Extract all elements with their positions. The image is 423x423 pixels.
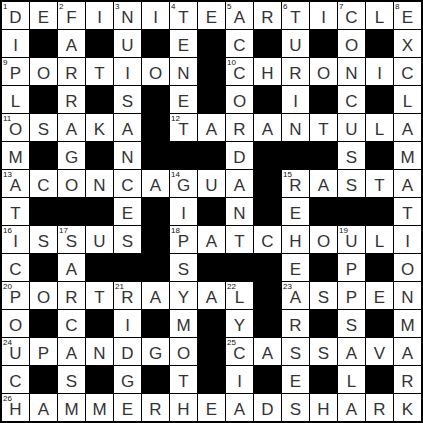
- letter-cell[interactable]: 22L: [226, 282, 253, 309]
- letter-cell[interactable]: I: [282, 86, 309, 113]
- cell-letter: A: [66, 37, 77, 54]
- black-cell: [170, 142, 197, 169]
- cell-letter: E: [178, 37, 189, 54]
- letter-cell[interactable]: E: [114, 394, 141, 421]
- cell-letter: A: [66, 345, 77, 362]
- letter-cell[interactable]: R: [366, 394, 393, 421]
- letter-cell[interactable]: S: [30, 226, 57, 253]
- letter-cell[interactable]: O: [226, 86, 253, 113]
- cell-letter: N: [93, 345, 105, 362]
- cell-letter: S: [38, 121, 49, 138]
- cell-letter: A: [122, 121, 133, 138]
- letter-cell[interactable]: S: [282, 338, 309, 365]
- letter-cell[interactable]: A: [198, 114, 225, 141]
- letter-cell[interactable]: A: [394, 114, 421, 141]
- cell-letter: O: [317, 233, 330, 250]
- letter-cell[interactable]: I: [142, 2, 169, 29]
- black-cell: [366, 198, 393, 225]
- letter-cell[interactable]: T: [170, 366, 197, 393]
- black-cell: [142, 142, 169, 169]
- cell-letter: O: [345, 37, 358, 54]
- cell-letter: E: [206, 401, 217, 418]
- letter-cell[interactable]: Y: [170, 282, 197, 309]
- black-cell: [198, 310, 225, 337]
- letter-cell[interactable]: 5A: [226, 2, 253, 29]
- cell-letter: T: [290, 9, 300, 26]
- black-cell: [254, 310, 281, 337]
- letter-cell[interactable]: 3N: [114, 2, 141, 29]
- letter-cell[interactable]: C: [58, 310, 85, 337]
- letter-cell[interactable]: R: [282, 58, 309, 85]
- letter-cell[interactable]: P: [338, 254, 365, 281]
- cell-letter: A: [290, 289, 301, 306]
- letter-cell[interactable]: M: [394, 310, 421, 337]
- cell-letter: P: [178, 233, 189, 250]
- black-cell: [254, 170, 281, 197]
- letter-cell[interactable]: A: [142, 282, 169, 309]
- cell-letter: E: [122, 205, 133, 222]
- clue-number: 12: [171, 115, 180, 123]
- cell-letter: N: [345, 65, 357, 82]
- letter-cell[interactable]: Y: [226, 310, 253, 337]
- letter-cell[interactable]: C: [30, 170, 57, 197]
- letter-cell[interactable]: V: [366, 338, 393, 365]
- letter-cell[interactable]: E: [366, 282, 393, 309]
- letter-cell[interactable]: L: [366, 114, 393, 141]
- letter-cell[interactable]: A: [30, 394, 57, 421]
- letter-cell[interactable]: 1D: [2, 2, 29, 29]
- letter-cell[interactable]: 21R: [114, 282, 141, 309]
- letter-cell[interactable]: I: [394, 226, 421, 253]
- letter-cell[interactable]: T: [86, 58, 113, 85]
- letter-cell[interactable]: O: [142, 58, 169, 85]
- cell-letter: F: [66, 9, 76, 26]
- cell-letter: D: [233, 149, 245, 166]
- black-cell: [86, 198, 113, 225]
- letter-cell[interactable]: A: [226, 394, 253, 421]
- letter-cell[interactable]: U: [198, 170, 225, 197]
- letter-cell[interactable]: D: [254, 394, 281, 421]
- letter-cell[interactable]: X: [394, 30, 421, 57]
- letter-cell[interactable]: C: [2, 366, 29, 393]
- letter-cell[interactable]: N: [338, 58, 365, 85]
- letter-cell[interactable]: K: [86, 114, 113, 141]
- letter-cell[interactable]: A: [226, 170, 253, 197]
- letter-cell[interactable]: A: [338, 338, 365, 365]
- letter-cell[interactable]: A: [58, 30, 85, 57]
- letter-cell[interactable]: T: [366, 170, 393, 197]
- letter-cell[interactable]: 9P: [2, 58, 29, 85]
- cell-letter: Y: [234, 317, 245, 334]
- cell-letter: D: [121, 345, 133, 362]
- cell-letter: A: [402, 177, 413, 194]
- letter-cell[interactable]: I: [114, 310, 141, 337]
- cell-letter: S: [66, 233, 77, 250]
- cell-letter: N: [93, 177, 105, 194]
- letter-cell[interactable]: O: [170, 338, 197, 365]
- letter-cell[interactable]: 25C: [226, 338, 253, 365]
- cell-letter: A: [346, 345, 357, 362]
- black-cell: [254, 366, 281, 393]
- cell-letter: M: [8, 149, 22, 166]
- letter-cell[interactable]: E: [170, 30, 197, 57]
- cell-letter: I: [237, 373, 242, 390]
- letter-cell[interactable]: S: [58, 366, 85, 393]
- cell-letter: M: [64, 401, 78, 418]
- cell-letter: U: [121, 37, 133, 54]
- black-cell: [198, 86, 225, 113]
- letter-cell[interactable]: S: [338, 170, 365, 197]
- cell-letter: T: [178, 9, 188, 26]
- cell-letter: O: [233, 93, 246, 110]
- black-cell: [142, 114, 169, 141]
- cell-letter: N: [121, 9, 133, 26]
- letter-cell[interactable]: N: [170, 58, 197, 85]
- black-cell: [142, 226, 169, 253]
- letter-cell[interactable]: A: [58, 338, 85, 365]
- cell-letter: O: [401, 261, 414, 278]
- letter-cell[interactable]: M: [2, 142, 29, 169]
- black-cell: [198, 30, 225, 57]
- letter-cell[interactable]: I: [366, 58, 393, 85]
- cell-letter: G: [149, 345, 162, 362]
- black-cell: [198, 198, 225, 225]
- black-cell: [142, 254, 169, 281]
- letter-cell[interactable]: R: [282, 310, 309, 337]
- black-cell: [366, 86, 393, 113]
- letter-cell[interactable]: I: [114, 58, 141, 85]
- black-cell: [86, 310, 113, 337]
- cell-letter: S: [346, 149, 357, 166]
- cell-letter: C: [233, 65, 245, 82]
- letter-cell[interactable]: 10C: [226, 58, 253, 85]
- letter-cell[interactable]: 7C: [338, 2, 365, 29]
- letter-cell[interactable]: A: [394, 170, 421, 197]
- cell-letter: G: [177, 177, 190, 194]
- letter-cell[interactable]: A: [394, 338, 421, 365]
- letter-cell[interactable]: 24U: [2, 338, 29, 365]
- letter-cell[interactable]: N: [114, 142, 141, 169]
- letter-cell[interactable]: D: [114, 338, 141, 365]
- letter-cell[interactable]: 6T: [282, 2, 309, 29]
- letter-cell[interactable]: A: [254, 338, 281, 365]
- letter-cell[interactable]: 13A: [2, 170, 29, 197]
- black-cell: [310, 86, 337, 113]
- letter-cell[interactable]: R: [58, 86, 85, 113]
- letter-cell[interactable]: M: [86, 394, 113, 421]
- letter-cell[interactable]: O: [30, 58, 57, 85]
- black-cell: [142, 86, 169, 113]
- cell-letter: A: [262, 121, 273, 138]
- letter-cell[interactable]: P: [30, 338, 57, 365]
- cell-letter: R: [65, 93, 77, 110]
- black-cell: [366, 254, 393, 281]
- cell-letter: O: [37, 289, 50, 306]
- cell-letter: S: [178, 261, 189, 278]
- letter-cell[interactable]: 11O: [2, 114, 29, 141]
- cell-letter: A: [346, 401, 357, 418]
- black-cell: [58, 198, 85, 225]
- cell-letter: P: [10, 65, 21, 82]
- cell-letter: A: [206, 121, 217, 138]
- black-cell: [86, 30, 113, 57]
- clue-number: 17: [59, 227, 68, 235]
- letter-cell[interactable]: M: [58, 394, 85, 421]
- cell-letter: N: [177, 65, 189, 82]
- letter-cell[interactable]: R: [226, 114, 253, 141]
- letter-cell[interactable]: 26H: [2, 394, 29, 421]
- cell-letter: H: [289, 233, 301, 250]
- black-cell: [366, 310, 393, 337]
- letter-cell[interactable]: C: [338, 86, 365, 113]
- clue-number: 5: [227, 3, 231, 11]
- letter-cell[interactable]: 14G: [170, 170, 197, 197]
- letter-cell[interactable]: I: [226, 366, 253, 393]
- letter-cell[interactable]: I: [2, 30, 29, 57]
- letter-cell[interactable]: C: [226, 30, 253, 57]
- letter-cell[interactable]: 4T: [170, 2, 197, 29]
- letter-cell[interactable]: A: [198, 226, 225, 253]
- cell-letter: L: [347, 373, 356, 390]
- letter-cell[interactable]: S: [170, 254, 197, 281]
- letter-cell[interactable]: K: [394, 394, 421, 421]
- letter-cell[interactable]: S: [114, 226, 141, 253]
- letter-cell[interactable]: U: [338, 114, 365, 141]
- letter-cell[interactable]: 15R: [282, 170, 309, 197]
- clue-number: 7: [339, 3, 343, 11]
- cell-letter: R: [65, 289, 77, 306]
- letter-cell[interactable]: R: [254, 2, 281, 29]
- cell-letter: O: [9, 317, 22, 334]
- clue-number: 25: [227, 339, 236, 347]
- letter-cell[interactable]: T: [226, 226, 253, 253]
- cell-letter: C: [233, 345, 245, 362]
- cell-letter: C: [121, 177, 133, 194]
- black-cell: [198, 366, 225, 393]
- cell-letter: A: [234, 177, 245, 194]
- cell-letter: N: [401, 289, 413, 306]
- letter-cell[interactable]: R: [142, 394, 169, 421]
- cell-letter: A: [206, 233, 217, 250]
- cell-letter: T: [178, 121, 188, 138]
- letter-cell[interactable]: R: [58, 282, 85, 309]
- clue-number: 20: [3, 283, 12, 291]
- letter-cell[interactable]: N: [226, 198, 253, 225]
- letter-cell[interactable]: H: [254, 58, 281, 85]
- black-cell: [30, 142, 57, 169]
- letter-cell[interactable]: E: [282, 366, 309, 393]
- letter-cell[interactable]: S: [310, 338, 337, 365]
- cell-letter: E: [290, 205, 301, 222]
- letter-cell[interactable]: E: [30, 2, 57, 29]
- cell-letter: I: [321, 9, 326, 26]
- letter-cell[interactable]: O: [394, 254, 421, 281]
- cell-letter: S: [346, 317, 357, 334]
- letter-cell[interactable]: I: [170, 198, 197, 225]
- cell-letter: I: [405, 233, 410, 250]
- letter-cell[interactable]: 17S: [58, 226, 85, 253]
- letter-cell[interactable]: A: [198, 282, 225, 309]
- letter-cell[interactable]: R: [394, 366, 421, 393]
- cell-letter: I: [293, 93, 298, 110]
- cell-letter: A: [318, 177, 329, 194]
- letter-cell[interactable]: G: [114, 366, 141, 393]
- letter-cell[interactable]: L: [2, 86, 29, 113]
- cell-letter: A: [66, 121, 77, 138]
- letter-cell[interactable]: U: [282, 30, 309, 57]
- cell-letter: C: [345, 9, 357, 26]
- letter-cell[interactable]: 16I: [2, 226, 29, 253]
- cell-letter: O: [65, 177, 78, 194]
- letter-cell[interactable]: G: [58, 142, 85, 169]
- black-cell: [86, 142, 113, 169]
- cell-letter: T: [178, 373, 188, 390]
- letter-cell[interactable]: A: [254, 114, 281, 141]
- letter-cell[interactable]: C: [394, 58, 421, 85]
- letter-cell[interactable]: 12T: [170, 114, 197, 141]
- black-cell: [310, 30, 337, 57]
- cell-letter: L: [375, 121, 384, 138]
- letter-cell[interactable]: 18P: [170, 226, 197, 253]
- cell-letter: S: [66, 373, 77, 390]
- letter-cell[interactable]: L: [394, 86, 421, 113]
- cell-letter: U: [345, 233, 357, 250]
- cell-letter: C: [401, 65, 413, 82]
- clue-number: 23: [283, 283, 292, 291]
- letter-cell[interactable]: C: [254, 226, 281, 253]
- letter-cell[interactable]: E: [198, 2, 225, 29]
- black-cell: [86, 254, 113, 281]
- letter-cell[interactable]: U: [86, 226, 113, 253]
- letter-cell[interactable]: S: [338, 310, 365, 337]
- cell-letter: P: [346, 261, 357, 278]
- clue-number: 15: [283, 171, 292, 179]
- letter-cell[interactable]: O: [2, 310, 29, 337]
- cell-letter: A: [402, 121, 413, 138]
- cell-letter: A: [150, 177, 161, 194]
- letter-cell[interactable]: R: [58, 58, 85, 85]
- black-cell: [142, 366, 169, 393]
- letter-cell[interactable]: O: [338, 30, 365, 57]
- cell-letter: I: [13, 233, 18, 250]
- letter-cell[interactable]: P: [338, 282, 365, 309]
- letter-cell[interactable]: G: [142, 338, 169, 365]
- letter-cell[interactable]: T: [394, 198, 421, 225]
- letter-cell[interactable]: A: [58, 114, 85, 141]
- cell-letter: P: [346, 289, 357, 306]
- letter-cell[interactable]: E: [170, 86, 197, 113]
- letter-cell[interactable]: H: [170, 394, 197, 421]
- letter-cell[interactable]: T: [2, 198, 29, 225]
- clue-number: 24: [3, 339, 12, 347]
- letter-cell[interactable]: U: [114, 30, 141, 57]
- letter-cell[interactable]: E: [114, 198, 141, 225]
- letter-cell[interactable]: 19U: [338, 226, 365, 253]
- letter-cell[interactable]: S: [310, 282, 337, 309]
- letter-cell[interactable]: 2F: [58, 2, 85, 29]
- black-cell: [86, 366, 113, 393]
- cell-letter: A: [206, 289, 217, 306]
- letter-cell[interactable]: L: [366, 226, 393, 253]
- cell-letter: H: [317, 401, 329, 418]
- letter-cell[interactable]: O: [310, 58, 337, 85]
- black-cell: [366, 366, 393, 393]
- letter-cell[interactable]: T: [310, 114, 337, 141]
- cell-letter: O: [37, 65, 50, 82]
- letter-cell[interactable]: E: [282, 198, 309, 225]
- cell-letter: P: [10, 289, 21, 306]
- letter-cell[interactable]: A: [58, 254, 85, 281]
- clue-number: 9: [3, 59, 7, 67]
- clue-number: 13: [3, 171, 12, 179]
- letter-cell[interactable]: S: [338, 142, 365, 169]
- black-cell: [142, 30, 169, 57]
- cell-letter: D: [261, 401, 273, 418]
- clue-number: 11: [3, 115, 11, 123]
- clue-number: 2: [59, 3, 63, 11]
- letter-cell[interactable]: T: [86, 282, 113, 309]
- cell-letter: T: [94, 65, 104, 82]
- black-cell: [366, 142, 393, 169]
- black-cell: [366, 30, 393, 57]
- letter-cell[interactable]: 8E: [394, 2, 421, 29]
- letter-cell[interactable]: H: [282, 226, 309, 253]
- letter-cell[interactable]: M: [394, 142, 421, 169]
- cell-letter: I: [97, 9, 102, 26]
- letter-cell[interactable]: H: [310, 394, 337, 421]
- letter-cell[interactable]: L: [338, 366, 365, 393]
- letter-cell[interactable]: E: [282, 254, 309, 281]
- letter-cell[interactable]: S: [114, 86, 141, 113]
- letter-cell[interactable]: A: [310, 170, 337, 197]
- letter-cell[interactable]: D: [226, 142, 253, 169]
- letter-cell[interactable]: I: [86, 2, 113, 29]
- black-cell: [30, 310, 57, 337]
- letter-cell[interactable]: S: [282, 394, 309, 421]
- letter-cell[interactable]: N: [282, 114, 309, 141]
- letter-cell[interactable]: N: [86, 338, 113, 365]
- letter-cell[interactable]: L: [366, 2, 393, 29]
- cell-letter: T: [234, 233, 244, 250]
- cell-letter: Y: [178, 289, 189, 306]
- cell-letter: A: [66, 261, 77, 278]
- letter-cell[interactable]: C: [2, 254, 29, 281]
- letter-cell[interactable]: N: [86, 170, 113, 197]
- cell-letter: S: [346, 177, 357, 194]
- cell-letter: L: [235, 289, 244, 306]
- letter-cell[interactable]: O: [310, 226, 337, 253]
- letter-cell[interactable]: I: [310, 2, 337, 29]
- clue-number: 1: [3, 3, 7, 11]
- letter-cell[interactable]: S: [30, 114, 57, 141]
- letter-cell[interactable]: A: [114, 114, 141, 141]
- cell-letter: E: [206, 9, 217, 26]
- letter-cell[interactable]: O: [58, 170, 85, 197]
- letter-cell[interactable]: A: [338, 394, 365, 421]
- clue-number: 21: [115, 283, 124, 291]
- cell-letter: P: [38, 345, 49, 362]
- letter-cell[interactable]: M: [170, 310, 197, 337]
- letter-cell[interactable]: 23A: [282, 282, 309, 309]
- clue-number: 19: [339, 227, 348, 235]
- letter-cell[interactable]: A: [142, 170, 169, 197]
- letter-cell[interactable]: N: [394, 282, 421, 309]
- letter-cell[interactable]: O: [30, 282, 57, 309]
- letter-cell[interactable]: 20P: [2, 282, 29, 309]
- letter-cell[interactable]: E: [198, 394, 225, 421]
- letter-cell[interactable]: C: [114, 170, 141, 197]
- cell-letter: I: [13, 37, 18, 54]
